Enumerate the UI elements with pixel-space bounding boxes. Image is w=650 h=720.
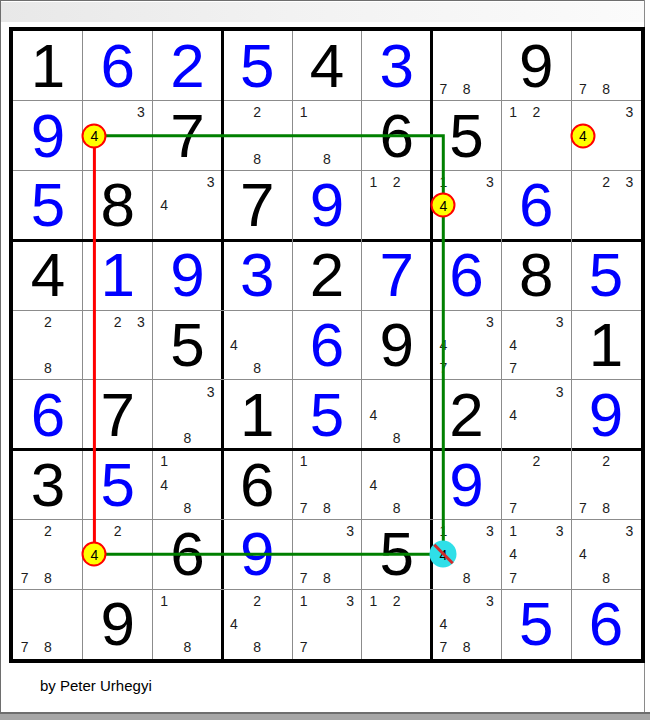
candidate-3: 3 — [346, 594, 354, 608]
candidate-2: 2 — [532, 454, 540, 468]
cell-r7c9[interactable]: 278 — [571, 450, 641, 520]
cell-r2c1[interactable]: 9 — [13, 101, 83, 171]
candidate-8: 8 — [184, 501, 192, 515]
cell-r1c9[interactable]: 78 — [571, 31, 641, 101]
candidate-7: 7 — [439, 640, 447, 654]
cell-r8c3[interactable]: 6 — [153, 519, 223, 589]
cell-r4c2[interactable]: 1 — [83, 240, 153, 310]
cell-r5c1[interactable]: 28 — [13, 310, 83, 380]
grid-line — [571, 31, 572, 659]
node-digit: 4 — [439, 197, 447, 213]
given-digit: 7 — [100, 384, 134, 446]
cell-r3c5[interactable]: 9 — [292, 171, 362, 241]
given-digit: 6 — [240, 454, 274, 516]
given-digit: 8 — [519, 244, 553, 306]
sudoku-board: 1625437897893728186512358347912136234193… — [9, 27, 645, 663]
chain-node-r3c7: 4 — [431, 193, 456, 218]
given-digit: 2 — [449, 384, 483, 446]
solved-digit: 5 — [310, 384, 344, 446]
chain-node-r2c2: 4 — [82, 123, 107, 148]
grid-line — [430, 31, 433, 659]
candidate-1: 1 — [370, 594, 378, 608]
cell-r5c6[interactable]: 9 — [362, 310, 432, 380]
candidate-2: 2 — [393, 175, 401, 189]
grid-line — [13, 239, 641, 242]
cell-r6c9[interactable]: 9 — [571, 380, 641, 450]
solved-digit: 9 — [170, 244, 204, 306]
candidate-1: 1 — [439, 524, 447, 538]
candidate-7: 7 — [21, 571, 29, 585]
candidate-8: 8 — [44, 361, 52, 375]
grid-line — [292, 31, 293, 659]
cell-r8c1[interactable]: 278 — [13, 519, 83, 589]
cell-r3c2[interactable]: 8 — [83, 171, 153, 241]
solved-digit: 6 — [310, 314, 344, 376]
candidate-2: 2 — [602, 175, 610, 189]
candidate-8: 8 — [463, 82, 471, 96]
cell-r4c1[interactable]: 4 — [13, 240, 83, 310]
candidate-7: 7 — [439, 361, 447, 375]
grid-line — [221, 31, 224, 659]
candidate-2: 2 — [253, 105, 261, 119]
grid-line — [13, 310, 641, 311]
given-digit: 3 — [31, 454, 65, 516]
given-digit: 1 — [589, 314, 623, 376]
candidate-8: 8 — [602, 82, 610, 96]
given-digit: 6 — [380, 105, 414, 167]
chain-node-r2c9: 4 — [570, 123, 595, 148]
given-digit: 2 — [310, 244, 344, 306]
cell-r3c6[interactable]: 12 — [362, 171, 432, 241]
cell-r7c1[interactable]: 3 — [13, 450, 83, 520]
cell-r1c8[interactable]: 9 — [501, 31, 571, 101]
candidate-4: 4 — [509, 408, 517, 422]
solved-digit: 5 — [519, 593, 553, 655]
cell-r4c4[interactable]: 3 — [222, 240, 292, 310]
solved-digit: 5 — [100, 454, 134, 516]
candidate-8: 8 — [253, 640, 261, 654]
candidate-3: 3 — [137, 315, 145, 329]
cell-r8c5[interactable]: 378 — [292, 519, 362, 589]
cell-r8c9[interactable]: 348 — [571, 519, 641, 589]
candidate-3: 3 — [486, 175, 494, 189]
window-toolbar — [1, 2, 644, 22]
candidate-4: 4 — [439, 338, 447, 352]
node-digit: 4 — [579, 128, 587, 144]
candidate-1: 1 — [300, 594, 308, 608]
grid-line — [13, 379, 641, 380]
candidate-2: 2 — [44, 524, 52, 538]
solved-digit: 9 — [31, 105, 65, 167]
solved-digit: 5 — [240, 35, 274, 97]
cell-r1c6[interactable]: 3 — [362, 31, 432, 101]
candidate-2: 2 — [114, 524, 122, 538]
cell-r5c3[interactable]: 5 — [153, 310, 223, 380]
solved-digit: 5 — [31, 174, 65, 236]
cell-r4c7[interactable]: 6 — [432, 240, 502, 310]
candidate-7: 7 — [21, 640, 29, 654]
candidate-8: 8 — [602, 571, 610, 585]
candidate-3: 3 — [207, 385, 215, 399]
candidate-4: 4 — [370, 478, 378, 492]
grid-line — [82, 31, 83, 659]
candidate-1: 1 — [439, 175, 447, 189]
cell-r7c8[interactable]: 27 — [501, 450, 571, 520]
cell-r1c7[interactable]: 78 — [432, 31, 502, 101]
solved-digit: 9 — [589, 384, 623, 446]
given-digit: 9 — [100, 593, 134, 655]
candidate-2: 2 — [44, 315, 52, 329]
candidate-3: 3 — [486, 524, 494, 538]
cell-r3c9[interactable]: 23 — [571, 171, 641, 241]
candidate-8: 8 — [323, 571, 331, 585]
candidate-1: 1 — [300, 105, 308, 119]
window-border-left — [0, 0, 1, 713]
given-digit: 9 — [519, 35, 553, 97]
cell-r4c3[interactable]: 9 — [153, 240, 223, 310]
credit-text: by Peter Urhegyi — [40, 677, 152, 694]
app-window: 1625437897893728186512358347912136234193… — [0, 0, 650, 720]
cell-r5c9[interactable]: 1 — [571, 310, 641, 380]
cell-r1c1[interactable]: 1 — [13, 31, 83, 101]
solved-digit: 6 — [519, 174, 553, 236]
candidate-1: 1 — [160, 594, 168, 608]
cell-r7c3[interactable]: 148 — [153, 450, 223, 520]
solved-digit: 9 — [310, 174, 344, 236]
cell-r5c2[interactable]: 23 — [83, 310, 153, 380]
cell-r6c7[interactable]: 2 — [432, 380, 502, 450]
candidate-7: 7 — [579, 82, 587, 96]
solved-digit: 2 — [170, 35, 204, 97]
candidate-8: 8 — [44, 640, 52, 654]
candidate-3: 3 — [207, 175, 215, 189]
cell-r4c5[interactable]: 2 — [292, 240, 362, 310]
given-digit: 5 — [449, 105, 483, 167]
candidate-7: 7 — [300, 640, 308, 654]
grid-line — [13, 589, 641, 590]
cell-r9c2[interactable]: 9 — [83, 589, 153, 659]
status-strip — [0, 714, 650, 720]
given-digit: 7 — [240, 174, 274, 236]
candidate-4: 4 — [230, 617, 238, 631]
solved-digit: 6 — [100, 35, 134, 97]
chain-node-r8c2: 4 — [82, 542, 107, 567]
candidate-8: 8 — [253, 152, 261, 166]
candidate-3: 3 — [346, 524, 354, 538]
cell-r7c5[interactable]: 178 — [292, 450, 362, 520]
candidate-8: 8 — [463, 571, 471, 585]
cell-r4c6[interactable]: 7 — [362, 240, 432, 310]
candidate-4: 4 — [439, 617, 447, 631]
cell-r3c1[interactable]: 5 — [13, 171, 83, 241]
node-digit: 4 — [91, 546, 99, 562]
cell-r2c5[interactable]: 18 — [292, 101, 362, 171]
candidate-4: 4 — [509, 338, 517, 352]
cell-r6c4[interactable]: 1 — [222, 380, 292, 450]
candidate-8: 8 — [463, 640, 471, 654]
given-digit: 9 — [380, 314, 414, 376]
candidate-4: 4 — [370, 408, 378, 422]
cell-r2c4[interactable]: 28 — [222, 101, 292, 171]
candidate-3: 3 — [556, 385, 564, 399]
given-digit: 5 — [380, 523, 414, 585]
candidate-3: 3 — [486, 594, 494, 608]
cell-r9c3[interactable]: 18 — [153, 589, 223, 659]
cell-r6c1[interactable]: 6 — [13, 380, 83, 450]
solved-digit: 9 — [449, 454, 483, 516]
cell-r6c5[interactable]: 5 — [292, 380, 362, 450]
cell-r9c6[interactable]: 12 — [362, 589, 432, 659]
cell-r5c7[interactable]: 347 — [432, 310, 502, 380]
given-digit: 4 — [31, 244, 65, 306]
cell-r8c6[interactable]: 5 — [362, 519, 432, 589]
cell-r4c8[interactable]: 8 — [501, 240, 571, 310]
cell-r6c6[interactable]: 48 — [362, 380, 432, 450]
given-digit: 6 — [170, 523, 204, 585]
candidate-8: 8 — [602, 501, 610, 515]
candidate-3: 3 — [625, 524, 633, 538]
candidate-1: 1 — [370, 175, 378, 189]
elimination-node-r8c7: 4 — [430, 541, 457, 568]
cell-r5c4[interactable]: 48 — [222, 310, 292, 380]
given-digit: 7 — [170, 105, 204, 167]
candidate-8: 8 — [184, 640, 192, 654]
cell-r2c6[interactable]: 6 — [362, 101, 432, 171]
candidate-8: 8 — [323, 501, 331, 515]
given-digit: 4 — [310, 35, 344, 97]
given-digit: 5 — [170, 314, 204, 376]
candidate-8: 8 — [44, 571, 52, 585]
cell-r1c3[interactable]: 2 — [153, 31, 223, 101]
grid-line — [13, 448, 641, 451]
cell-r3c8[interactable]: 6 — [501, 171, 571, 241]
candidate-3: 3 — [486, 315, 494, 329]
candidate-7: 7 — [439, 82, 447, 96]
cell-r7c7[interactable]: 9 — [432, 450, 502, 520]
cell-r2c7[interactable]: 5 — [432, 101, 502, 171]
candidate-7: 7 — [509, 501, 517, 515]
solved-digit: 7 — [380, 244, 414, 306]
candidate-3: 3 — [556, 315, 564, 329]
cell-r5c5[interactable]: 6 — [292, 310, 362, 380]
candidate-1: 1 — [300, 454, 308, 468]
cell-r1c4[interactable]: 5 — [222, 31, 292, 101]
solved-digit: 6 — [31, 384, 65, 446]
cell-r2c8[interactable]: 12 — [501, 101, 571, 171]
candidate-1: 1 — [509, 105, 517, 119]
candidate-3: 3 — [625, 105, 633, 119]
candidate-4: 4 — [160, 478, 168, 492]
grid-line — [361, 31, 362, 659]
solved-digit: 6 — [589, 593, 623, 655]
candidate-7: 7 — [509, 361, 517, 375]
grid-line — [13, 519, 641, 520]
candidate-7: 7 — [300, 571, 308, 585]
candidate-2: 2 — [253, 594, 261, 608]
solved-digit: 6 — [449, 244, 483, 306]
candidate-8: 8 — [253, 361, 261, 375]
cell-r5c8[interactable]: 347 — [501, 310, 571, 380]
solved-digit: 1 — [100, 244, 134, 306]
candidate-2: 2 — [393, 594, 401, 608]
cell-r8c8[interactable]: 1347 — [501, 519, 571, 589]
node-digit: 4 — [91, 128, 99, 144]
candidate-3: 3 — [137, 105, 145, 119]
candidate-4: 4 — [509, 547, 517, 561]
candidate-7: 7 — [300, 501, 308, 515]
cell-r9c7[interactable]: 3478 — [432, 589, 502, 659]
grid-line — [13, 170, 641, 171]
candidate-8: 8 — [184, 431, 192, 445]
cell-r9c9[interactable]: 6 — [571, 589, 641, 659]
given-digit: 1 — [240, 384, 274, 446]
cell-r7c2[interactable]: 5 — [83, 450, 153, 520]
window-border-top — [0, 0, 645, 1]
candidate-7: 7 — [579, 501, 587, 515]
grid-line — [13, 100, 641, 101]
cell-r9c5[interactable]: 137 — [292, 589, 362, 659]
candidate-8: 8 — [393, 501, 401, 515]
solved-digit: 3 — [380, 35, 414, 97]
cell-r7c6[interactable]: 48 — [362, 450, 432, 520]
cell-r9c1[interactable]: 78 — [13, 589, 83, 659]
grid-line — [152, 31, 153, 659]
cell-r6c3[interactable]: 38 — [153, 380, 223, 450]
candidate-4: 4 — [579, 547, 587, 561]
candidate-3: 3 — [625, 175, 633, 189]
cell-r9c8[interactable]: 5 — [501, 589, 571, 659]
candidate-3: 3 — [556, 524, 564, 538]
candidate-2: 2 — [532, 105, 540, 119]
candidate-2: 2 — [602, 454, 610, 468]
cell-r6c8[interactable]: 34 — [501, 380, 571, 450]
cell-r4c9[interactable]: 5 — [571, 240, 641, 310]
cell-r6c2[interactable]: 7 — [83, 380, 153, 450]
solved-digit: 3 — [240, 244, 274, 306]
candidate-4: 4 — [230, 338, 238, 352]
candidate-7: 7 — [509, 571, 517, 585]
cell-r2c3[interactable]: 7 — [153, 101, 223, 171]
cell-r1c2[interactable]: 6 — [83, 31, 153, 101]
cell-r9c4[interactable]: 248 — [222, 589, 292, 659]
candidate-2: 2 — [114, 315, 122, 329]
candidate-1: 1 — [160, 454, 168, 468]
cell-r3c4[interactable]: 7 — [222, 171, 292, 241]
grid-line — [501, 31, 502, 659]
solved-digit: 5 — [589, 244, 623, 306]
given-digit: 1 — [31, 35, 65, 97]
cell-r8c4[interactable]: 9 — [222, 519, 292, 589]
solved-digit: 9 — [240, 523, 274, 585]
cell-r7c4[interactable]: 6 — [222, 450, 292, 520]
candidate-8: 8 — [393, 431, 401, 445]
cell-r3c3[interactable]: 34 — [153, 171, 223, 241]
candidate-4: 4 — [160, 198, 168, 212]
cell-r1c5[interactable]: 4 — [292, 31, 362, 101]
given-digit: 8 — [100, 174, 134, 236]
candidate-8: 8 — [323, 152, 331, 166]
candidate-1: 1 — [509, 524, 517, 538]
